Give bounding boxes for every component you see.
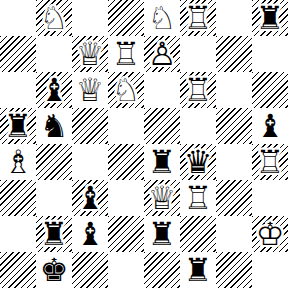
white-rook-halo: ♜	[180, 72, 216, 108]
black-rook-halo: ♜	[0, 108, 36, 144]
square-b8[interactable]: ♞♘	[36, 0, 72, 36]
square-e5[interactable]	[144, 108, 180, 144]
black-rook-icon: ♜	[0, 108, 36, 144]
black-rook-icon: ♜	[144, 216, 180, 252]
square-b7[interactable]	[36, 36, 72, 72]
white-knight-icon: ♘	[108, 72, 144, 108]
black-bishop-icon: ♝	[252, 108, 288, 144]
white-king-icon: ♔	[252, 216, 288, 252]
black-knight-icon: ♞	[36, 108, 72, 144]
square-e7[interactable]: ♟♙	[144, 36, 180, 72]
square-d4[interactable]	[108, 144, 144, 180]
black-rook-halo: ♜	[144, 144, 180, 180]
square-h8[interactable]: ♜♜	[252, 0, 288, 36]
white-queen-icon: ♕	[72, 72, 108, 108]
white-queen-icon: ♕	[72, 36, 108, 72]
square-e3[interactable]: ♛♕	[144, 180, 180, 216]
square-a5[interactable]: ♜♜	[0, 108, 36, 144]
square-g5[interactable]	[216, 108, 252, 144]
square-d8[interactable]	[108, 0, 144, 36]
black-queen-icon: ♛	[180, 144, 216, 180]
white-knight-halo: ♞	[36, 0, 72, 36]
square-b3[interactable]	[36, 180, 72, 216]
white-rook-halo: ♜	[180, 180, 216, 216]
black-bishop-icon: ♝	[72, 216, 108, 252]
black-rook-icon: ♜	[252, 0, 288, 36]
square-h5[interactable]: ♝♝	[252, 108, 288, 144]
square-h3[interactable]	[252, 180, 288, 216]
square-c3[interactable]: ♝♝	[72, 180, 108, 216]
white-rook-halo: ♜	[180, 0, 216, 36]
black-bishop-halo: ♝	[72, 216, 108, 252]
black-bishop-halo: ♝	[252, 108, 288, 144]
white-queen-halo: ♛	[72, 36, 108, 72]
black-queen-halo: ♛	[180, 144, 216, 180]
square-a4[interactable]: ♝♗	[0, 144, 36, 180]
square-c4[interactable]	[72, 144, 108, 180]
square-b6[interactable]: ♝♝	[36, 72, 72, 108]
black-rook-halo: ♜	[144, 216, 180, 252]
square-h2[interactable]: ♚♔	[252, 216, 288, 252]
square-a6[interactable]	[0, 72, 36, 108]
square-a2[interactable]	[0, 216, 36, 252]
square-f8[interactable]: ♜♖	[180, 0, 216, 36]
square-d5[interactable]	[108, 108, 144, 144]
chess-diagram: ♞♘♞♘♜♖♜♜♛♕♜♖♟♙♝♝♛♕♞♘♜♖♜♜♞♞♝♝♝♗♜♜♛♛♜♖♝♝♛♕…	[0, 0, 288, 288]
white-pawn-halo: ♟	[144, 36, 180, 72]
black-bishop-halo: ♝	[36, 72, 72, 108]
square-e1[interactable]	[144, 252, 180, 288]
square-h6[interactable]	[252, 72, 288, 108]
square-f7[interactable]	[180, 36, 216, 72]
white-rook-icon: ♖	[180, 180, 216, 216]
square-g7[interactable]	[216, 36, 252, 72]
square-g6[interactable]	[216, 72, 252, 108]
square-g1[interactable]	[216, 252, 252, 288]
square-a1[interactable]	[0, 252, 36, 288]
square-d1[interactable]	[108, 252, 144, 288]
square-f3[interactable]: ♜♖	[180, 180, 216, 216]
white-queen-icon: ♕	[144, 180, 180, 216]
white-rook-halo: ♜	[252, 144, 288, 180]
square-f5[interactable]	[180, 108, 216, 144]
white-queen-halo: ♛	[72, 72, 108, 108]
white-queen-halo: ♛	[144, 180, 180, 216]
black-bishop-halo: ♝	[72, 180, 108, 216]
square-c2[interactable]: ♝♝	[72, 216, 108, 252]
white-knight-icon: ♘	[36, 0, 72, 36]
square-f4[interactable]: ♛♛	[180, 144, 216, 180]
chessboard: ♞♘♞♘♜♖♜♜♛♕♜♖♟♙♝♝♛♕♞♘♜♖♜♜♞♞♝♝♝♗♜♜♛♛♜♖♝♝♛♕…	[0, 0, 288, 288]
white-rook-icon: ♖	[252, 144, 288, 180]
square-c6[interactable]: ♛♕	[72, 72, 108, 108]
black-bishop-icon: ♝	[36, 72, 72, 108]
white-bishop-icon: ♗	[0, 144, 36, 180]
white-rook-halo: ♜	[108, 36, 144, 72]
black-rook-halo: ♜	[252, 0, 288, 36]
square-c1[interactable]	[72, 252, 108, 288]
square-f1[interactable]: ♜♜	[180, 252, 216, 288]
black-rook-icon: ♜	[144, 144, 180, 180]
white-rook-icon: ♖	[180, 0, 216, 36]
square-b1[interactable]: ♚♚	[36, 252, 72, 288]
white-rook-icon: ♖	[108, 36, 144, 72]
square-e6[interactable]	[144, 72, 180, 108]
square-g4[interactable]	[216, 144, 252, 180]
white-bishop-halo: ♝	[0, 144, 36, 180]
white-rook-icon: ♖	[180, 72, 216, 108]
square-h1[interactable]	[252, 252, 288, 288]
square-b5[interactable]: ♞♞	[36, 108, 72, 144]
white-knight-icon: ♘	[144, 0, 180, 36]
square-d7[interactable]: ♜♖	[108, 36, 144, 72]
square-d3[interactable]	[108, 180, 144, 216]
white-knight-halo: ♞	[108, 72, 144, 108]
black-bishop-icon: ♝	[72, 180, 108, 216]
square-e2[interactable]: ♜♜	[144, 216, 180, 252]
black-rook-halo: ♜	[36, 216, 72, 252]
square-a3[interactable]	[0, 180, 36, 216]
square-c7[interactable]: ♛♕	[72, 36, 108, 72]
black-king-halo: ♚	[36, 252, 72, 288]
white-pawn-icon: ♙	[144, 36, 180, 72]
square-f6[interactable]: ♜♖	[180, 72, 216, 108]
square-g2[interactable]	[216, 216, 252, 252]
square-e4[interactable]: ♜♜	[144, 144, 180, 180]
square-f2[interactable]	[180, 216, 216, 252]
square-b2[interactable]: ♜♜	[36, 216, 72, 252]
square-g8[interactable]	[216, 0, 252, 36]
square-h7[interactable]	[252, 36, 288, 72]
black-knight-halo: ♞	[36, 108, 72, 144]
black-king-icon: ♚	[36, 252, 72, 288]
square-d2[interactable]	[108, 216, 144, 252]
square-e8[interactable]: ♞♘	[144, 0, 180, 36]
square-c5[interactable]	[72, 108, 108, 144]
square-h4[interactable]: ♜♖	[252, 144, 288, 180]
black-rook-halo: ♜	[180, 252, 216, 288]
white-king-halo: ♚	[252, 216, 288, 252]
square-b4[interactable]	[36, 144, 72, 180]
square-g3[interactable]	[216, 180, 252, 216]
black-rook-icon: ♜	[36, 216, 72, 252]
square-c8[interactable]	[72, 0, 108, 36]
square-d6[interactable]: ♞♘	[108, 72, 144, 108]
black-rook-icon: ♜	[180, 252, 216, 288]
square-a7[interactable]	[0, 36, 36, 72]
white-knight-halo: ♞	[144, 0, 180, 36]
square-a8[interactable]	[0, 0, 36, 36]
